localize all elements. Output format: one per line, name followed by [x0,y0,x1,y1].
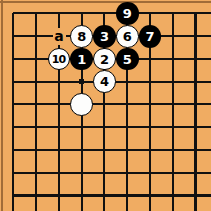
point-label-a: a [53,28,66,45]
black-stone-5: 5 [116,48,139,71]
white-stone-2: 2 [93,48,116,71]
white-stone-10: 10 [48,48,71,71]
black-stone-1: 1 [70,48,93,71]
black-stone-3: 3 [93,25,116,48]
hoshi-point [79,79,84,84]
white-stone [70,93,93,116]
go-grid: a98367101254 [2,2,207,207]
black-stone-7: 7 [139,25,162,48]
white-stone-6: 6 [116,25,139,48]
go-board-diagram: a98367101254 [0,0,211,211]
white-stone-8: 8 [70,25,93,48]
white-stone-4: 4 [93,70,116,93]
black-stone-9: 9 [116,2,139,25]
